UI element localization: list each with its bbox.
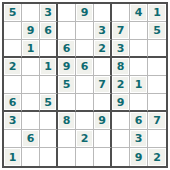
sudoku-cell[interactable] [40, 40, 58, 58]
sudoku-cell: 7 [112, 22, 130, 40]
sudoku-cell: 7 [94, 76, 112, 94]
sudoku-cell[interactable] [76, 40, 94, 58]
sudoku-cell[interactable] [40, 76, 58, 94]
sudoku-cell[interactable] [76, 22, 94, 40]
sudoku-cell[interactable] [4, 22, 22, 40]
sudoku-cell[interactable] [94, 4, 112, 22]
sudoku-cell: 6 [4, 94, 22, 112]
sudoku-cell: 5 [58, 76, 76, 94]
sudoku-cell: 9 [58, 58, 76, 76]
sudoku-cell: 2 [4, 58, 22, 76]
sudoku-cell[interactable] [76, 112, 94, 130]
sudoku-cell[interactable] [22, 58, 40, 76]
sudoku-cell: 2 [94, 40, 112, 58]
sudoku-cell: 1 [40, 58, 58, 76]
sudoku-cell: 1 [22, 40, 40, 58]
sudoku-cell[interactable] [94, 148, 112, 166]
sudoku-cell[interactable] [58, 22, 76, 40]
sudoku-cell: 3 [40, 4, 58, 22]
sudoku-cell[interactable] [112, 112, 130, 130]
sudoku-cell: 5 [148, 22, 166, 40]
sudoku-cell: 9 [130, 148, 148, 166]
sudoku-board: 5394196375162321968572165938967623192 [2, 2, 168, 168]
sudoku-cell: 7 [148, 112, 166, 130]
sudoku-cell[interactable] [148, 94, 166, 112]
sudoku-cell[interactable] [76, 148, 94, 166]
sudoku-cell: 1 [148, 4, 166, 22]
sudoku-cell: 9 [76, 4, 94, 22]
sudoku-cell[interactable] [22, 148, 40, 166]
sudoku-cell[interactable] [40, 130, 58, 148]
sudoku-cell[interactable] [40, 148, 58, 166]
sudoku-cell: 5 [40, 94, 58, 112]
sudoku-cell: 6 [76, 58, 94, 76]
sudoku-cell[interactable] [76, 94, 94, 112]
sudoku-cell: 3 [94, 22, 112, 40]
sudoku-cell[interactable] [130, 40, 148, 58]
sudoku-cell: 2 [76, 130, 94, 148]
sudoku-cell[interactable] [4, 130, 22, 148]
sudoku-cell[interactable] [148, 130, 166, 148]
sudoku-cell[interactable] [58, 130, 76, 148]
sudoku-cell[interactable] [112, 148, 130, 166]
sudoku-cell[interactable] [112, 4, 130, 22]
sudoku-cell[interactable] [4, 40, 22, 58]
sudoku-cell[interactable] [22, 4, 40, 22]
sudoku-cell: 9 [94, 112, 112, 130]
sudoku-cell: 6 [130, 112, 148, 130]
sudoku-cell[interactable] [148, 76, 166, 94]
sudoku-cell: 1 [130, 76, 148, 94]
sudoku-cell: 8 [112, 58, 130, 76]
sudoku-cell: 9 [22, 22, 40, 40]
sudoku-cell[interactable] [58, 94, 76, 112]
sudoku-cell[interactable] [148, 40, 166, 58]
sudoku-cell[interactable] [22, 76, 40, 94]
sudoku-cell: 3 [112, 40, 130, 58]
sudoku-cell[interactable] [148, 58, 166, 76]
sudoku-cell[interactable] [94, 58, 112, 76]
sudoku-cell[interactable] [22, 112, 40, 130]
sudoku-cell[interactable] [22, 94, 40, 112]
sudoku-cell: 5 [4, 4, 22, 22]
sudoku-cell: 2 [112, 76, 130, 94]
sudoku-cell[interactable] [76, 76, 94, 94]
sudoku-cell: 2 [148, 148, 166, 166]
sudoku-cell[interactable] [130, 94, 148, 112]
sudoku-cell[interactable] [40, 112, 58, 130]
sudoku-cell[interactable] [58, 148, 76, 166]
sudoku-cell[interactable] [4, 76, 22, 94]
sudoku-cell[interactable] [130, 58, 148, 76]
sudoku-cell: 1 [4, 148, 22, 166]
sudoku-cell: 6 [22, 130, 40, 148]
sudoku-cell[interactable] [94, 94, 112, 112]
sudoku-cell: 6 [58, 40, 76, 58]
sudoku-cell: 9 [112, 94, 130, 112]
sudoku-cell[interactable] [130, 22, 148, 40]
sudoku-cell[interactable] [94, 130, 112, 148]
sudoku-cell: 3 [4, 112, 22, 130]
sudoku-cell[interactable] [112, 130, 130, 148]
sudoku-cell: 8 [58, 112, 76, 130]
sudoku-cell[interactable] [58, 4, 76, 22]
sudoku-cell: 4 [130, 4, 148, 22]
sudoku-cell: 6 [40, 22, 58, 40]
sudoku-cell: 3 [130, 130, 148, 148]
